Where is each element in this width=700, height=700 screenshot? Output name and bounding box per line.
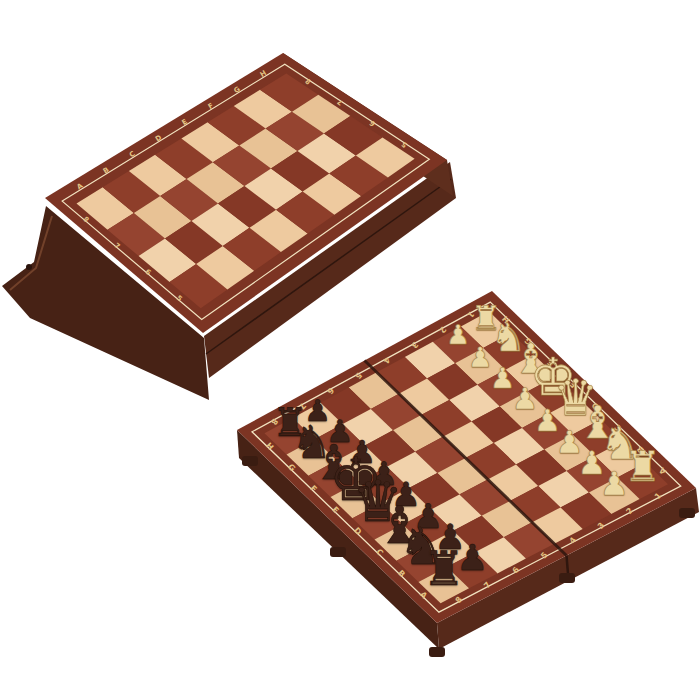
board-foot-3 (559, 573, 575, 583)
board-foot-4 (679, 508, 695, 518)
board-foot-0 (242, 456, 258, 466)
board-foot-1 (330, 547, 346, 557)
hinge-pin (26, 264, 32, 270)
product-photo-chess-set: ABCDEFGH88776655AABBCCDDEEFFGGHH11223344… (0, 0, 700, 700)
board-foot-2 (429, 647, 445, 657)
boards-graphic: ABCDEFGH88776655AABBCCDDEEFFGGHH11223344… (0, 0, 700, 700)
